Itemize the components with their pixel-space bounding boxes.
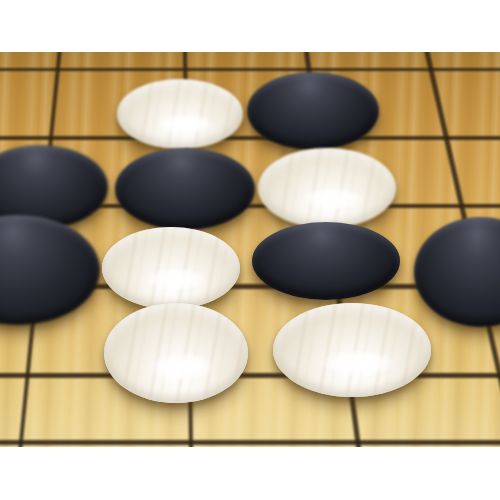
stone-black [414,217,500,327]
stone-white [117,79,243,149]
stone-white [102,227,240,309]
stones-layer [0,52,500,447]
photo-frame [0,0,500,500]
stone-white [258,148,396,228]
goban-photo [0,52,500,447]
stone-black [252,222,400,300]
stone-black [247,72,379,150]
stone-black [0,215,100,325]
stone-black [115,148,255,230]
stone-white [273,303,431,397]
stone-white [104,303,248,403]
